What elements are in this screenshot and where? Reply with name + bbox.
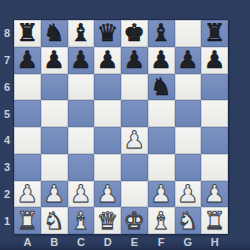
square-g1[interactable]: ♞ — [175, 207, 202, 234]
rank-label-3: 3 — [0, 154, 14, 181]
square-h3[interactable] — [201, 154, 228, 181]
rank-label-5: 5 — [0, 100, 14, 127]
rank-label-2: 2 — [0, 181, 14, 208]
white-knight-piece: ♞ — [43, 209, 65, 233]
black-pawn-piece: ♟ — [17, 48, 39, 72]
square-d8[interactable]: ♛ — [94, 20, 121, 47]
white-rook-piece: ♜ — [204, 209, 226, 233]
black-pawn-piece: ♟ — [43, 48, 65, 72]
square-h8[interactable]: ♜ — [201, 20, 228, 47]
square-b6[interactable] — [41, 74, 68, 101]
black-pawn-piece: ♟ — [204, 48, 226, 72]
file-label-a: A — [14, 234, 41, 250]
square-h1[interactable]: ♜ — [201, 207, 228, 234]
square-b2[interactable]: ♟ — [41, 181, 68, 208]
square-d4[interactable] — [94, 127, 121, 154]
square-h7[interactable]: ♟ — [201, 47, 228, 74]
chess-board: ♜♞♝♛♚♝♜♟♟♟♟♟♟♟♟♞♟♟♟♟♟♟♟♟♜♞♝♛♚♝♞♜ — [14, 20, 228, 234]
square-c6[interactable] — [68, 74, 95, 101]
square-f2[interactable]: ♟ — [148, 181, 175, 208]
file-label-f: F — [148, 234, 175, 250]
white-pawn-piece: ♟ — [17, 182, 39, 206]
white-pawn-piece: ♟ — [124, 128, 146, 152]
square-h5[interactable] — [201, 100, 228, 127]
square-h4[interactable] — [201, 127, 228, 154]
square-h6[interactable] — [201, 74, 228, 101]
black-knight-piece: ♞ — [150, 75, 172, 99]
square-c4[interactable] — [68, 127, 95, 154]
square-c2[interactable]: ♟ — [68, 181, 95, 208]
square-f8[interactable]: ♝ — [148, 20, 175, 47]
white-pawn-piece: ♟ — [97, 182, 119, 206]
square-c8[interactable]: ♝ — [68, 20, 95, 47]
white-king-piece: ♚ — [124, 209, 146, 233]
square-b5[interactable] — [41, 100, 68, 127]
rank-label-1: 1 — [0, 207, 14, 234]
white-pawn-piece: ♟ — [204, 182, 226, 206]
square-b1[interactable]: ♞ — [41, 207, 68, 234]
file-label-c: C — [68, 234, 95, 250]
black-bishop-piece: ♝ — [70, 21, 92, 45]
file-label-b: B — [41, 234, 68, 250]
square-c7[interactable]: ♟ — [68, 47, 95, 74]
square-e6[interactable] — [121, 74, 148, 101]
square-a6[interactable] — [14, 74, 41, 101]
square-g4[interactable] — [175, 127, 202, 154]
square-g7[interactable]: ♟ — [175, 47, 202, 74]
square-g5[interactable] — [175, 100, 202, 127]
square-d3[interactable] — [94, 154, 121, 181]
square-g8[interactable] — [175, 20, 202, 47]
file-label-e: E — [121, 234, 148, 250]
file-label-h: H — [201, 234, 228, 250]
square-f5[interactable] — [148, 100, 175, 127]
square-e1[interactable]: ♚ — [121, 207, 148, 234]
rank-label-8: 8 — [0, 20, 14, 47]
white-pawn-piece: ♟ — [150, 182, 172, 206]
white-pawn-piece: ♟ — [177, 182, 199, 206]
white-bishop-piece: ♝ — [70, 209, 92, 233]
black-pawn-piece: ♟ — [177, 48, 199, 72]
white-knight-piece: ♞ — [177, 209, 199, 233]
square-d5[interactable] — [94, 100, 121, 127]
square-b8[interactable]: ♞ — [41, 20, 68, 47]
square-a7[interactable]: ♟ — [14, 47, 41, 74]
black-rook-piece: ♜ — [204, 21, 226, 45]
black-king-piece: ♚ — [124, 21, 146, 45]
square-d7[interactable]: ♟ — [94, 47, 121, 74]
square-d2[interactable]: ♟ — [94, 181, 121, 208]
black-queen-piece: ♛ — [97, 21, 119, 45]
file-label-g: G — [175, 234, 202, 250]
file-labels: ABCDEFGH — [14, 234, 228, 250]
square-a2[interactable]: ♟ — [14, 181, 41, 208]
white-rook-piece: ♜ — [17, 209, 39, 233]
square-c5[interactable] — [68, 100, 95, 127]
rank-labels: 87654321 — [0, 20, 14, 234]
square-e8[interactable]: ♚ — [121, 20, 148, 47]
black-rook-piece: ♜ — [17, 21, 39, 45]
square-b3[interactable] — [41, 154, 68, 181]
square-b7[interactable]: ♟ — [41, 47, 68, 74]
square-c3[interactable] — [68, 154, 95, 181]
square-g2[interactable]: ♟ — [175, 181, 202, 208]
black-pawn-piece: ♟ — [97, 48, 119, 72]
square-g3[interactable] — [175, 154, 202, 181]
square-d6[interactable] — [94, 74, 121, 101]
rank-label-6: 6 — [0, 74, 14, 101]
square-a3[interactable] — [14, 154, 41, 181]
black-knight-piece: ♞ — [43, 21, 65, 45]
square-a8[interactable]: ♜ — [14, 20, 41, 47]
square-g6[interactable] — [175, 74, 202, 101]
square-e4[interactable]: ♟ — [121, 127, 148, 154]
square-d1[interactable]: ♛ — [94, 207, 121, 234]
black-pawn-piece: ♟ — [150, 48, 172, 72]
rank-label-7: 7 — [0, 47, 14, 74]
square-e7[interactable]: ♟ — [121, 47, 148, 74]
chess-diagram: 87654321 ♜♞♝♛♚♝♜♟♟♟♟♟♟♟♟♞♟♟♟♟♟♟♟♟♜♞♝♛♚♝♞… — [0, 0, 250, 250]
square-f1[interactable]: ♝ — [148, 207, 175, 234]
white-bishop-piece: ♝ — [150, 209, 172, 233]
white-pawn-piece: ♟ — [43, 182, 65, 206]
square-b4[interactable] — [41, 127, 68, 154]
square-f3[interactable] — [148, 154, 175, 181]
square-a4[interactable] — [14, 127, 41, 154]
square-a1[interactable]: ♜ — [14, 207, 41, 234]
square-a5[interactable] — [14, 100, 41, 127]
square-f4[interactable] — [148, 127, 175, 154]
square-c1[interactable]: ♝ — [68, 207, 95, 234]
black-pawn-piece: ♟ — [70, 48, 92, 72]
white-queen-piece: ♛ — [97, 209, 119, 233]
square-e3[interactable] — [121, 154, 148, 181]
rank-label-4: 4 — [0, 127, 14, 154]
square-h2[interactable]: ♟ — [201, 181, 228, 208]
square-f7[interactable]: ♟ — [148, 47, 175, 74]
square-e5[interactable] — [121, 100, 148, 127]
square-f6[interactable]: ♞ — [148, 74, 175, 101]
square-e2[interactable] — [121, 181, 148, 208]
black-pawn-piece: ♟ — [124, 48, 146, 72]
file-label-d: D — [94, 234, 121, 250]
black-bishop-piece: ♝ — [150, 21, 172, 45]
white-pawn-piece: ♟ — [70, 182, 92, 206]
